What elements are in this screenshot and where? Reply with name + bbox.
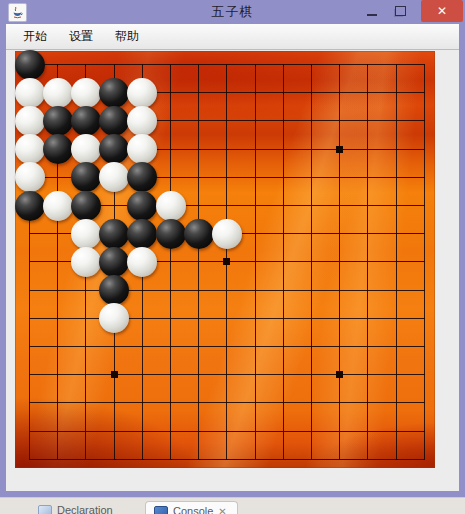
tab-close-icon[interactable]: ✕ [218, 506, 226, 514]
stone-white [15, 106, 45, 136]
minimize-button[interactable] [357, 0, 386, 22]
stone-black [43, 134, 73, 164]
stone-white [71, 247, 101, 277]
stone-black [99, 106, 129, 136]
close-icon: ✕ [437, 4, 447, 18]
stone-white [156, 191, 186, 221]
stone-white [43, 191, 73, 221]
stone-white [71, 134, 101, 164]
stone-white [127, 247, 157, 277]
menu-item-start[interactable]: 开始 [14, 25, 56, 48]
window-body: 开始 设置 帮助 [0, 24, 465, 497]
menu-item-help[interactable]: 帮助 [106, 25, 148, 48]
content-pane [6, 50, 459, 491]
stone-black [99, 134, 129, 164]
stone-white [127, 106, 157, 136]
minimize-icon [367, 14, 377, 16]
stone-white [99, 303, 129, 333]
background-app-strip: Declaration Console ✕ [0, 497, 465, 514]
gomoku-board [15, 51, 435, 468]
stone-black [99, 247, 129, 277]
tab-declaration[interactable]: Declaration [30, 501, 123, 514]
maximize-icon [395, 6, 406, 16]
menu-item-settings[interactable]: 设置 [60, 25, 102, 48]
tab-console-label: Console [173, 505, 213, 514]
console-icon [154, 506, 168, 514]
stone-black [15, 50, 45, 80]
stone-black [184, 219, 214, 249]
stone-white [99, 162, 129, 192]
close-button[interactable]: ✕ [421, 0, 463, 22]
star-point [223, 258, 230, 265]
stone-black [127, 219, 157, 249]
java-icon[interactable] [8, 3, 27, 22]
stone-black [156, 219, 186, 249]
board-grid[interactable] [29, 64, 425, 460]
tab-console[interactable]: Console ✕ [145, 501, 238, 514]
stone-black [43, 106, 73, 136]
stone-black [99, 219, 129, 249]
stone-black [127, 162, 157, 192]
stone-white [43, 78, 73, 108]
stone-white [127, 78, 157, 108]
menubar: 开始 设置 帮助 [6, 24, 459, 50]
star-point [336, 371, 343, 378]
stone-white [15, 134, 45, 164]
screen: 五子棋 ✕ 开始 设置 帮助 Declaration [0, 0, 465, 514]
stone-white [15, 78, 45, 108]
stone-black [71, 106, 101, 136]
stone-black [99, 275, 129, 305]
stone-white [212, 219, 242, 249]
gomoku-window: 五子棋 ✕ 开始 设置 帮助 [0, 0, 465, 497]
maximize-button[interactable] [386, 0, 415, 22]
stone-black [71, 191, 101, 221]
stone-black [127, 191, 157, 221]
stone-black [15, 191, 45, 221]
star-point [111, 371, 118, 378]
stone-black [99, 78, 129, 108]
window-controls: ✕ [357, 0, 463, 22]
titlebar: 五子棋 ✕ [0, 0, 465, 24]
stone-white [71, 78, 101, 108]
tab-declaration-label: Declaration [57, 504, 113, 514]
stone-black [71, 162, 101, 192]
stone-white [127, 134, 157, 164]
stone-white [71, 219, 101, 249]
stone-white [15, 162, 45, 192]
declaration-icon [38, 505, 52, 514]
star-point [336, 146, 343, 153]
